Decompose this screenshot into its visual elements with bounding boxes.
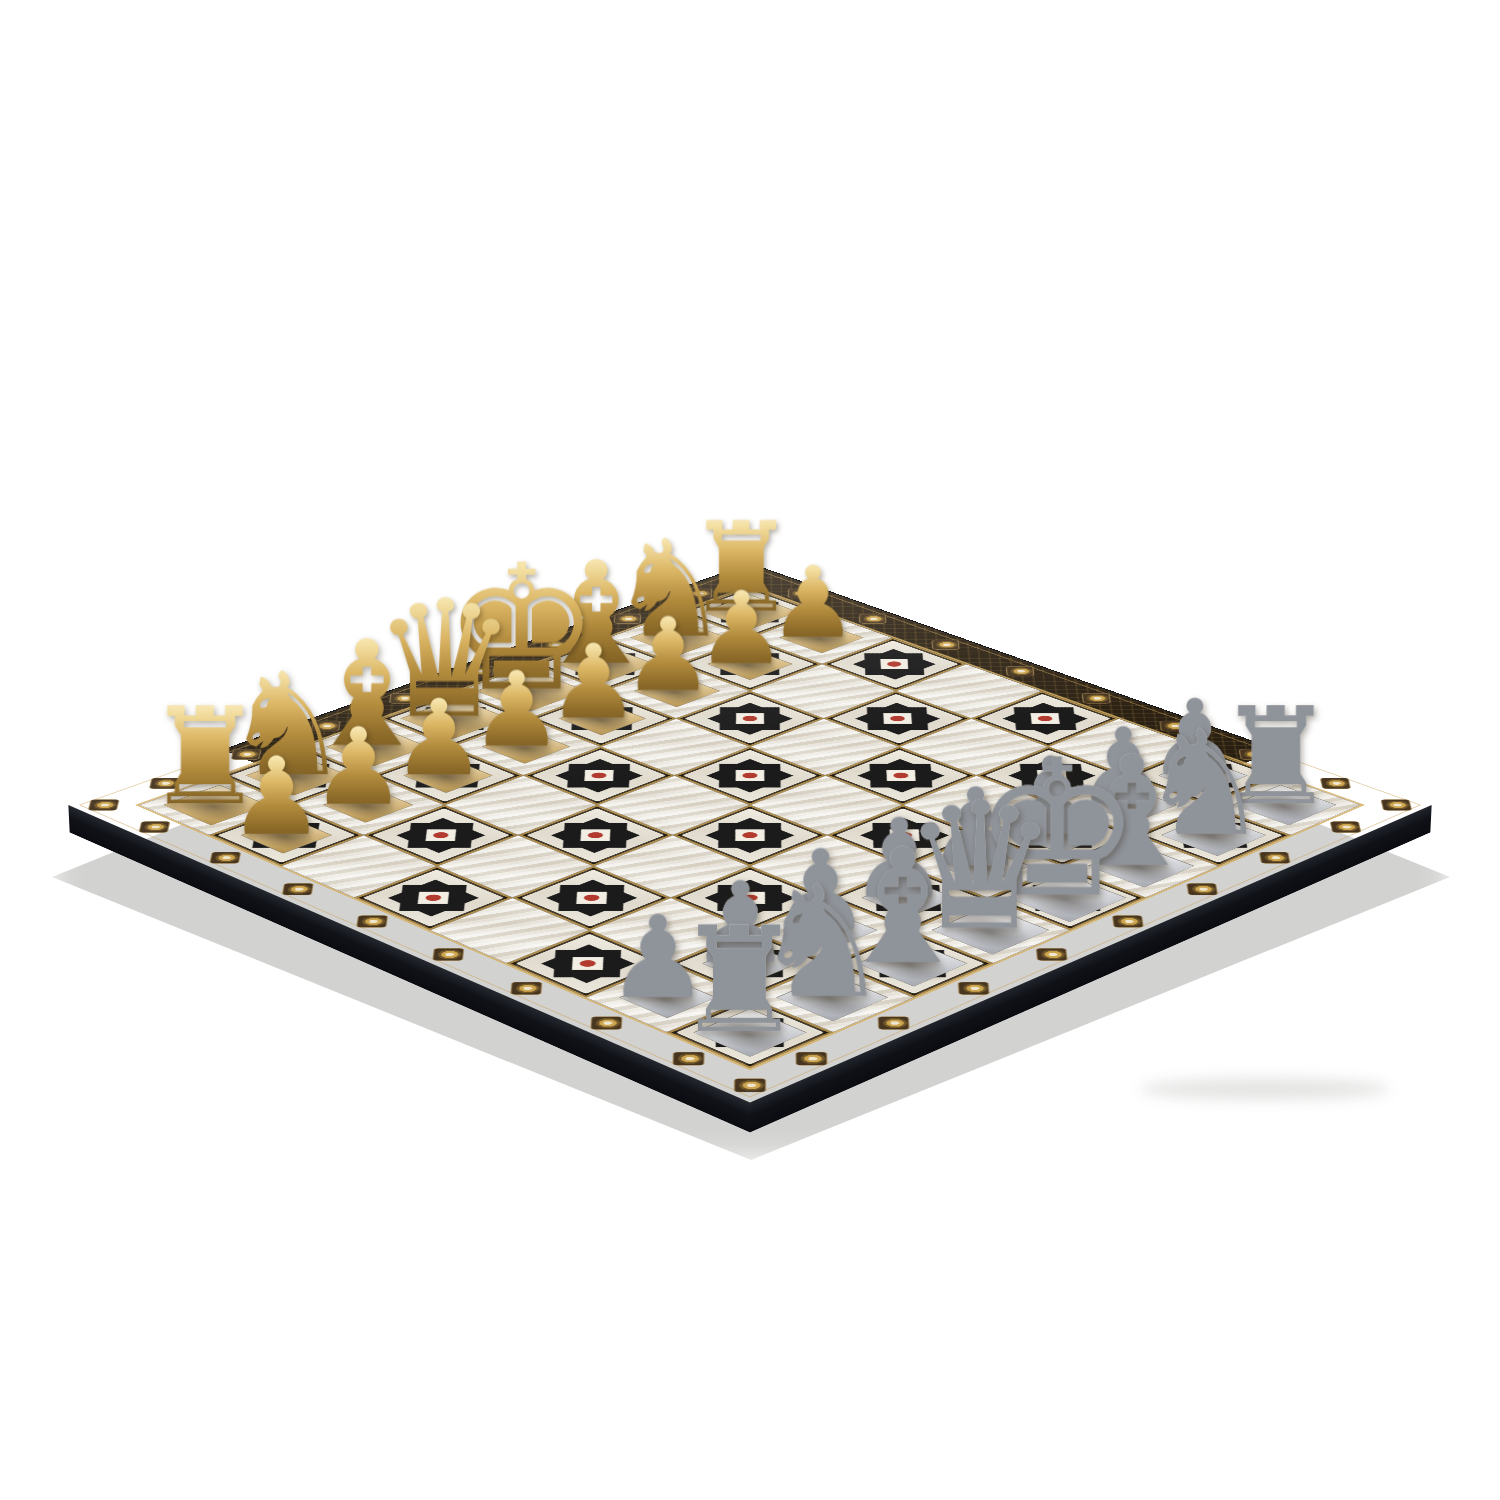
border-rosette-medallion (541, 640, 569, 650)
border-rosette-medallion (1082, 693, 1111, 703)
border-rosette-medallion (466, 666, 495, 676)
border-rosette-medallion (932, 640, 960, 650)
silver-rook-glyph: ♜ (630, 907, 849, 1053)
gold-pawn-glyph: ♟ (196, 744, 357, 851)
border-rosette-medallion (614, 614, 641, 624)
product-photo: ♜♞♟♝♟♚♟♛♟♝♟♞♟♟♜♟♟♜♟♟♞♟♝♟♚♟♛♟♝♟♞♜ (0, 0, 1500, 1500)
border-rosette-medallion (737, 571, 763, 580)
board-top: ♜♞♟♝♟♚♟♛♟♝♟♞♟♟♜♟♟♜♟♟♞♟♝♟♚♟♛♟♝♟♞♜ (68, 564, 1431, 1103)
border-rosette-medallion (685, 589, 712, 599)
border-rosette-medallion (859, 614, 886, 624)
chess-board: ♜♞♟♝♟♚♟♛♟♝♟♞♟♟♜♟♟♜♟♟♞♟♝♟♚♟♛♟♝♟♞♜ (68, 564, 1431, 1103)
border-rosette-medallion (1006, 666, 1035, 676)
border-rosette-medallion (389, 693, 418, 703)
border-rosette-medallion (788, 589, 815, 599)
